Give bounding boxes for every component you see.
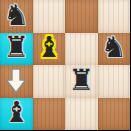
square-r2c0[interactable]: [0, 65, 33, 98]
square-r3c3[interactable]: [98, 98, 131, 131]
black-rook[interactable]: ♜: [68, 66, 94, 95]
square-r2c1[interactable]: [33, 65, 66, 98]
square-r2c2[interactable]: ♜: [65, 65, 98, 98]
square-r3c1[interactable]: [33, 98, 66, 131]
square-r0c3[interactable]: [98, 0, 131, 33]
square-r0c0[interactable]: ♞: [0, 0, 33, 33]
square-r1c0-highlighted[interactable]: ♜: [0, 33, 33, 66]
square-r0c1[interactable]: [33, 0, 66, 33]
square-r3c2[interactable]: [65, 98, 98, 131]
black-knight[interactable]: ♞: [101, 33, 127, 62]
square-r2c3[interactable]: [98, 65, 131, 98]
square-r0c2[interactable]: [65, 0, 98, 33]
square-r1c3[interactable]: ♞: [98, 33, 131, 66]
chess-board: ♞♜♝♞♜♝: [0, 0, 130, 130]
square-r1c2[interactable]: [65, 33, 98, 66]
square-r3c0-highlighted[interactable]: ♝: [0, 98, 33, 131]
black-bishop-selected[interactable]: ♝: [36, 33, 62, 62]
black-bishop[interactable]: ♝: [3, 98, 29, 127]
black-knight[interactable]: ♞: [3, 1, 29, 30]
black-rook[interactable]: ♜: [3, 33, 29, 62]
move-down-arrow-icon: [5, 68, 27, 94]
square-r1c1[interactable]: ♝: [33, 33, 66, 66]
